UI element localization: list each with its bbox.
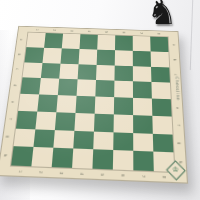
square[interactable] <box>78 64 97 80</box>
brand-text: Chessline <box>174 76 180 102</box>
square[interactable] <box>114 114 134 132</box>
coordinate-label: 5 <box>105 31 109 33</box>
square[interactable] <box>93 131 113 150</box>
square[interactable] <box>59 63 78 79</box>
square[interactable] <box>73 130 94 149</box>
square[interactable] <box>25 47 45 63</box>
coordinate-label: 4 <box>80 172 84 175</box>
board-grid <box>11 33 174 172</box>
coordinate-label: g <box>6 136 10 139</box>
square[interactable] <box>114 81 133 98</box>
chessboard: 12345678 12345678 abcdefgh abcdefgh Ches… <box>0 26 188 184</box>
square[interactable] <box>151 66 170 82</box>
coordinate-label: 6 <box>122 31 126 33</box>
square[interactable] <box>53 130 74 149</box>
square[interactable] <box>133 115 153 133</box>
square[interactable] <box>77 80 96 97</box>
square[interactable] <box>22 62 42 78</box>
square[interactable] <box>33 129 54 148</box>
coordinate-label: 2 <box>53 29 57 31</box>
square[interactable] <box>56 95 76 113</box>
square[interactable] <box>37 94 58 112</box>
coordinate-label: h <box>3 154 8 157</box>
square[interactable] <box>35 111 56 129</box>
square[interactable] <box>14 128 36 147</box>
square[interactable] <box>16 111 37 129</box>
coordinate-label: 4 <box>87 30 91 32</box>
square[interactable] <box>114 97 133 115</box>
square[interactable] <box>43 48 62 64</box>
square[interactable] <box>95 96 114 114</box>
coordinate-label: 6 <box>121 174 125 177</box>
coordinate-label: e <box>10 101 14 104</box>
square[interactable] <box>44 33 63 48</box>
coordinate-label: 7 <box>141 175 145 178</box>
square[interactable] <box>151 51 170 67</box>
square[interactable] <box>133 151 154 171</box>
square[interactable] <box>133 66 152 82</box>
coordinate-label: 5 <box>100 173 104 176</box>
square[interactable] <box>18 94 39 112</box>
cloth-fold <box>190 0 193 70</box>
square[interactable] <box>31 147 53 167</box>
square[interactable] <box>55 112 76 130</box>
square[interactable] <box>11 146 33 166</box>
coordinate-label: 1 <box>35 29 39 31</box>
chessboard-wrapper: 12345678 12345678 abcdefgh abcdefgh Ches… <box>0 26 188 184</box>
black-knight-piece[interactable]: ♞ <box>147 0 177 29</box>
square[interactable] <box>151 82 170 99</box>
coordinate-label: 8 <box>162 176 166 179</box>
coordinate-label: g <box>178 142 182 145</box>
square[interactable] <box>74 113 94 131</box>
square[interactable] <box>115 50 133 66</box>
coordinate-label: 8 <box>157 33 161 35</box>
square[interactable] <box>133 36 151 51</box>
coordinate-label: 7 <box>140 32 144 34</box>
square[interactable] <box>152 116 172 134</box>
square[interactable] <box>96 65 115 81</box>
square[interactable] <box>26 33 45 48</box>
coordinate-label: 3 <box>59 172 64 175</box>
square[interactable] <box>114 65 132 81</box>
square[interactable] <box>94 113 114 131</box>
square[interactable] <box>113 132 133 151</box>
square[interactable] <box>58 79 78 96</box>
square[interactable] <box>61 48 80 64</box>
coordinate-label: f <box>8 118 12 121</box>
square[interactable] <box>72 149 93 169</box>
square[interactable] <box>41 63 61 79</box>
square[interactable] <box>133 51 151 67</box>
coordinate-label: f <box>177 124 181 127</box>
square[interactable] <box>20 78 40 95</box>
square[interactable] <box>80 34 98 49</box>
square[interactable] <box>97 49 115 65</box>
coordinate-label: b <box>17 53 21 55</box>
square[interactable] <box>92 149 113 169</box>
crown-icon: ♔ <box>172 166 179 174</box>
square[interactable] <box>153 133 174 152</box>
square[interactable] <box>113 150 133 170</box>
square[interactable] <box>150 37 168 52</box>
coordinate-label: 3 <box>70 30 74 32</box>
square[interactable] <box>76 96 96 114</box>
square[interactable] <box>152 99 172 117</box>
coords-right: abcdefgh <box>173 37 183 172</box>
square[interactable] <box>95 80 114 97</box>
square[interactable] <box>97 35 115 50</box>
square[interactable] <box>133 133 153 152</box>
square[interactable] <box>52 148 74 168</box>
square[interactable] <box>39 78 59 95</box>
coordinate-label: a <box>172 44 176 46</box>
coordinate-label: b <box>173 58 177 60</box>
square[interactable] <box>133 82 152 99</box>
square[interactable] <box>115 35 133 50</box>
coordinate-label: c <box>15 68 19 70</box>
coordinate-label: e <box>176 107 180 110</box>
coordinate-label: a <box>19 38 23 40</box>
coordinate-label: d <box>13 84 17 86</box>
square[interactable] <box>133 98 152 116</box>
coordinate-label: 1 <box>18 170 23 173</box>
square[interactable] <box>79 49 98 65</box>
photo-scene: 12345678 12345678 abcdefgh abcdefgh Ches… <box>0 0 200 200</box>
square[interactable] <box>62 34 81 49</box>
coordinate-label: 2 <box>39 171 44 174</box>
